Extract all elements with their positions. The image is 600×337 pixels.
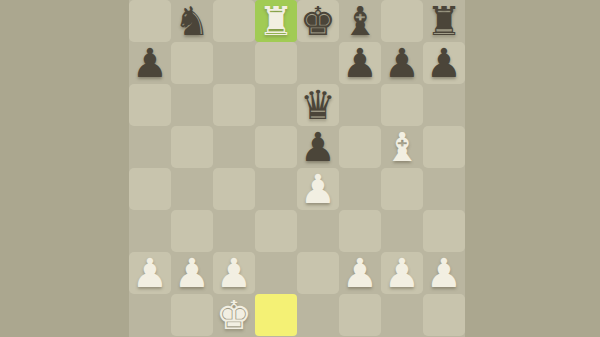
square-f5[interactable] xyxy=(339,126,381,168)
white-pawn-icon: ♟ xyxy=(381,252,423,294)
square-g8[interactable] xyxy=(381,0,423,42)
square-f1[interactable] xyxy=(339,294,381,336)
white-pawn-icon: ♟ xyxy=(171,252,213,294)
square-a3[interactable] xyxy=(129,210,171,252)
square-d1[interactable] xyxy=(255,294,297,336)
square-f3[interactable] xyxy=(339,210,381,252)
square-f8[interactable]: ♝ xyxy=(339,0,381,42)
square-e5[interactable]: ♟ xyxy=(297,126,339,168)
square-h4[interactable] xyxy=(423,168,465,210)
square-d3[interactable] xyxy=(255,210,297,252)
white-pawn-icon: ♟ xyxy=(423,252,465,294)
black-king-icon: ♚ xyxy=(297,0,339,42)
square-a8[interactable] xyxy=(129,0,171,42)
square-e3[interactable] xyxy=(297,210,339,252)
black-pawn-icon: ♟ xyxy=(423,42,465,84)
square-g7[interactable]: ♟ xyxy=(381,42,423,84)
square-a1[interactable] xyxy=(129,294,171,336)
square-h7[interactable]: ♟ xyxy=(423,42,465,84)
square-d7[interactable] xyxy=(255,42,297,84)
square-c2[interactable]: ♟ xyxy=(213,252,255,294)
square-g6[interactable] xyxy=(381,84,423,126)
square-c1[interactable]: ♚ xyxy=(213,294,255,336)
square-h5[interactable] xyxy=(423,126,465,168)
square-c3[interactable] xyxy=(213,210,255,252)
square-h2[interactable]: ♟ xyxy=(423,252,465,294)
square-g4[interactable] xyxy=(381,168,423,210)
square-g3[interactable] xyxy=(381,210,423,252)
square-d4[interactable] xyxy=(255,168,297,210)
square-b7[interactable] xyxy=(171,42,213,84)
square-f6[interactable] xyxy=(339,84,381,126)
black-pawn-icon: ♟ xyxy=(339,42,381,84)
square-g1[interactable] xyxy=(381,294,423,336)
black-pawn-icon: ♟ xyxy=(297,126,339,168)
square-h6[interactable] xyxy=(423,84,465,126)
square-b5[interactable] xyxy=(171,126,213,168)
white-pawn-icon: ♟ xyxy=(129,252,171,294)
white-pawn-icon: ♟ xyxy=(339,252,381,294)
white-rook-icon: ♜ xyxy=(255,0,297,42)
black-pawn-icon: ♟ xyxy=(381,42,423,84)
square-f4[interactable] xyxy=(339,168,381,210)
black-pawn-icon: ♟ xyxy=(129,42,171,84)
square-a2[interactable]: ♟ xyxy=(129,252,171,294)
square-h1[interactable] xyxy=(423,294,465,336)
square-e8[interactable]: ♚ xyxy=(297,0,339,42)
square-b4[interactable] xyxy=(171,168,213,210)
square-c6[interactable] xyxy=(213,84,255,126)
square-e6[interactable]: ♛ xyxy=(297,84,339,126)
square-d8[interactable]: ♜ xyxy=(255,0,297,42)
square-a5[interactable] xyxy=(129,126,171,168)
white-bishop-icon: ♝ xyxy=(381,126,423,168)
square-g2[interactable]: ♟ xyxy=(381,252,423,294)
square-c4[interactable] xyxy=(213,168,255,210)
square-f2[interactable]: ♟ xyxy=(339,252,381,294)
black-bishop-icon: ♝ xyxy=(339,0,381,42)
square-b6[interactable] xyxy=(171,84,213,126)
square-e2[interactable] xyxy=(297,252,339,294)
white-pawn-icon: ♟ xyxy=(297,168,339,210)
square-c8[interactable] xyxy=(213,0,255,42)
square-f7[interactable]: ♟ xyxy=(339,42,381,84)
white-pawn-icon: ♟ xyxy=(213,252,255,294)
white-king-icon: ♚ xyxy=(213,294,255,336)
black-knight-icon: ♞ xyxy=(171,0,213,42)
square-c5[interactable] xyxy=(213,126,255,168)
square-d2[interactable] xyxy=(255,252,297,294)
square-e1[interactable] xyxy=(297,294,339,336)
square-a6[interactable] xyxy=(129,84,171,126)
square-b1[interactable] xyxy=(171,294,213,336)
square-c7[interactable] xyxy=(213,42,255,84)
square-e4[interactable]: ♟ xyxy=(297,168,339,210)
square-a7[interactable]: ♟ xyxy=(129,42,171,84)
square-a4[interactable] xyxy=(129,168,171,210)
app-background: ♞♜♚♝♜♟♟♟♟♛♟♝♟♟♟♟♟♟♟♚ xyxy=(0,0,600,337)
chess-board: ♞♜♚♝♜♟♟♟♟♛♟♝♟♟♟♟♟♟♟♚ xyxy=(129,0,465,337)
square-e7[interactable] xyxy=(297,42,339,84)
square-b8[interactable]: ♞ xyxy=(171,0,213,42)
square-d5[interactable] xyxy=(255,126,297,168)
square-b3[interactable] xyxy=(171,210,213,252)
square-g5[interactable]: ♝ xyxy=(381,126,423,168)
black-rook-icon: ♜ xyxy=(423,0,465,42)
square-h3[interactable] xyxy=(423,210,465,252)
square-d6[interactable] xyxy=(255,84,297,126)
black-queen-icon: ♛ xyxy=(297,84,339,126)
square-h8[interactable]: ♜ xyxy=(423,0,465,42)
square-b2[interactable]: ♟ xyxy=(171,252,213,294)
